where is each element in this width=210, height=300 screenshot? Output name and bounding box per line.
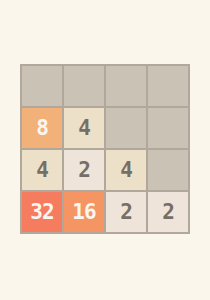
tile-2: 2 — [106, 192, 146, 232]
tile-4: 4 — [64, 108, 104, 148]
tile-4: 4 — [22, 150, 62, 190]
tile-16: 16 — [64, 192, 104, 232]
tile-4: 4 — [106, 150, 146, 190]
empty-cell — [64, 66, 104, 106]
empty-cell — [106, 108, 146, 148]
empty-cell — [148, 108, 188, 148]
tile-8: 8 — [22, 108, 62, 148]
empty-cell — [148, 150, 188, 190]
page-background: 84424321622 — [0, 0, 210, 300]
tile-2: 2 — [148, 192, 188, 232]
empty-cell — [22, 66, 62, 106]
tile-32: 32 — [22, 192, 62, 232]
2048-board[interactable]: 84424321622 — [20, 64, 190, 234]
tile-2: 2 — [64, 150, 104, 190]
empty-cell — [148, 66, 188, 106]
empty-cell — [106, 66, 146, 106]
